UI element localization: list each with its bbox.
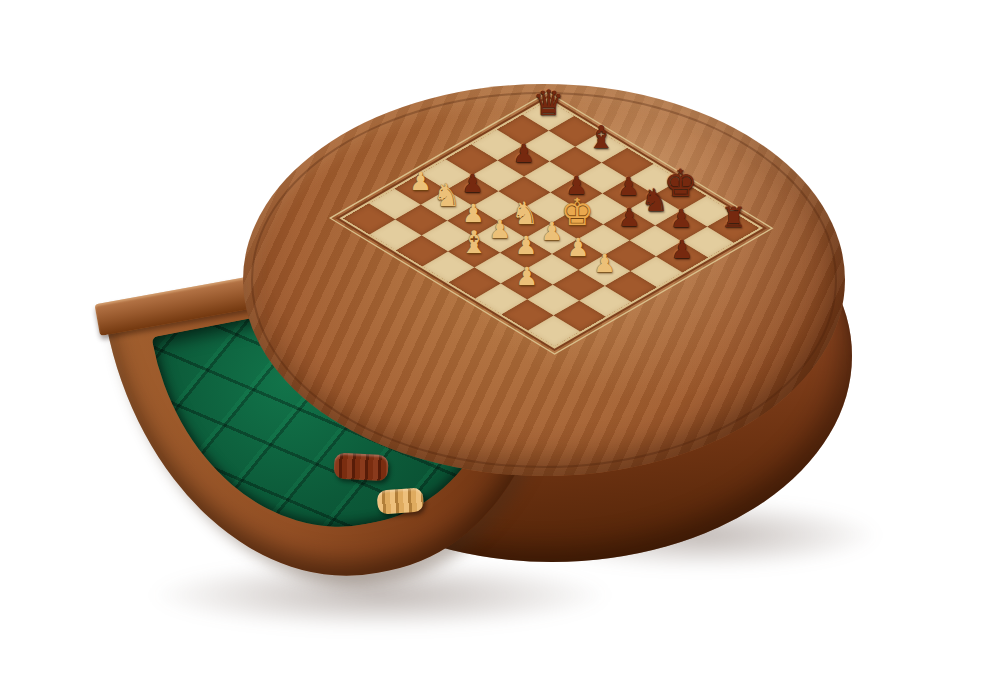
dark-pawn-e7[interactable]: ♟ xyxy=(617,174,639,199)
dark-bishop-c8[interactable]: ♝ xyxy=(587,122,615,153)
dark-pawn-h6[interactable]: ♟ xyxy=(671,237,693,262)
dark-knight-f7[interactable]: ♞ xyxy=(641,185,669,216)
light-pawn-f2[interactable]: ♟ xyxy=(516,264,538,289)
captured-piece-light[interactable] xyxy=(377,487,425,514)
dark-rook-h8[interactable]: ♜ xyxy=(721,204,746,232)
light-pawn-c3[interactable]: ♟ xyxy=(462,201,484,226)
light-pawn-f4[interactable]: ♟ xyxy=(567,234,589,259)
light-knight-b3[interactable]: ♞ xyxy=(433,180,461,211)
dark-king-f8[interactable]: ♚ xyxy=(664,165,697,202)
dark-pawn-f6[interactable]: ♟ xyxy=(618,205,640,230)
light-knight-d4[interactable]: ♞ xyxy=(511,197,539,228)
captured-piece-dark[interactable] xyxy=(333,452,388,481)
dark-pawn-g7[interactable]: ♟ xyxy=(670,206,692,231)
light-pawn-d3[interactable]: ♟ xyxy=(488,217,510,242)
light-king-e5[interactable]: ♚ xyxy=(561,193,594,230)
light-pawn-g4[interactable]: ♟ xyxy=(593,250,615,275)
dark-pawn-b6[interactable]: ♟ xyxy=(512,141,534,166)
light-pawn-e4[interactable]: ♟ xyxy=(540,218,562,243)
light-bishop-d2[interactable]: ♝ xyxy=(460,227,488,258)
light-pawn-a3[interactable]: ♟ xyxy=(409,169,431,194)
dark-pawn-b4[interactable]: ♟ xyxy=(461,170,483,195)
light-pawn-e3[interactable]: ♟ xyxy=(515,233,537,258)
travel-chess-set-photo: ♛♝♚♜♟♞♟♟♟♟♟♟♚♞♞♝♟♟♟♟♟♟♟♟ xyxy=(0,0,1000,700)
dark-queen-a8[interactable]: ♛ xyxy=(533,87,564,122)
